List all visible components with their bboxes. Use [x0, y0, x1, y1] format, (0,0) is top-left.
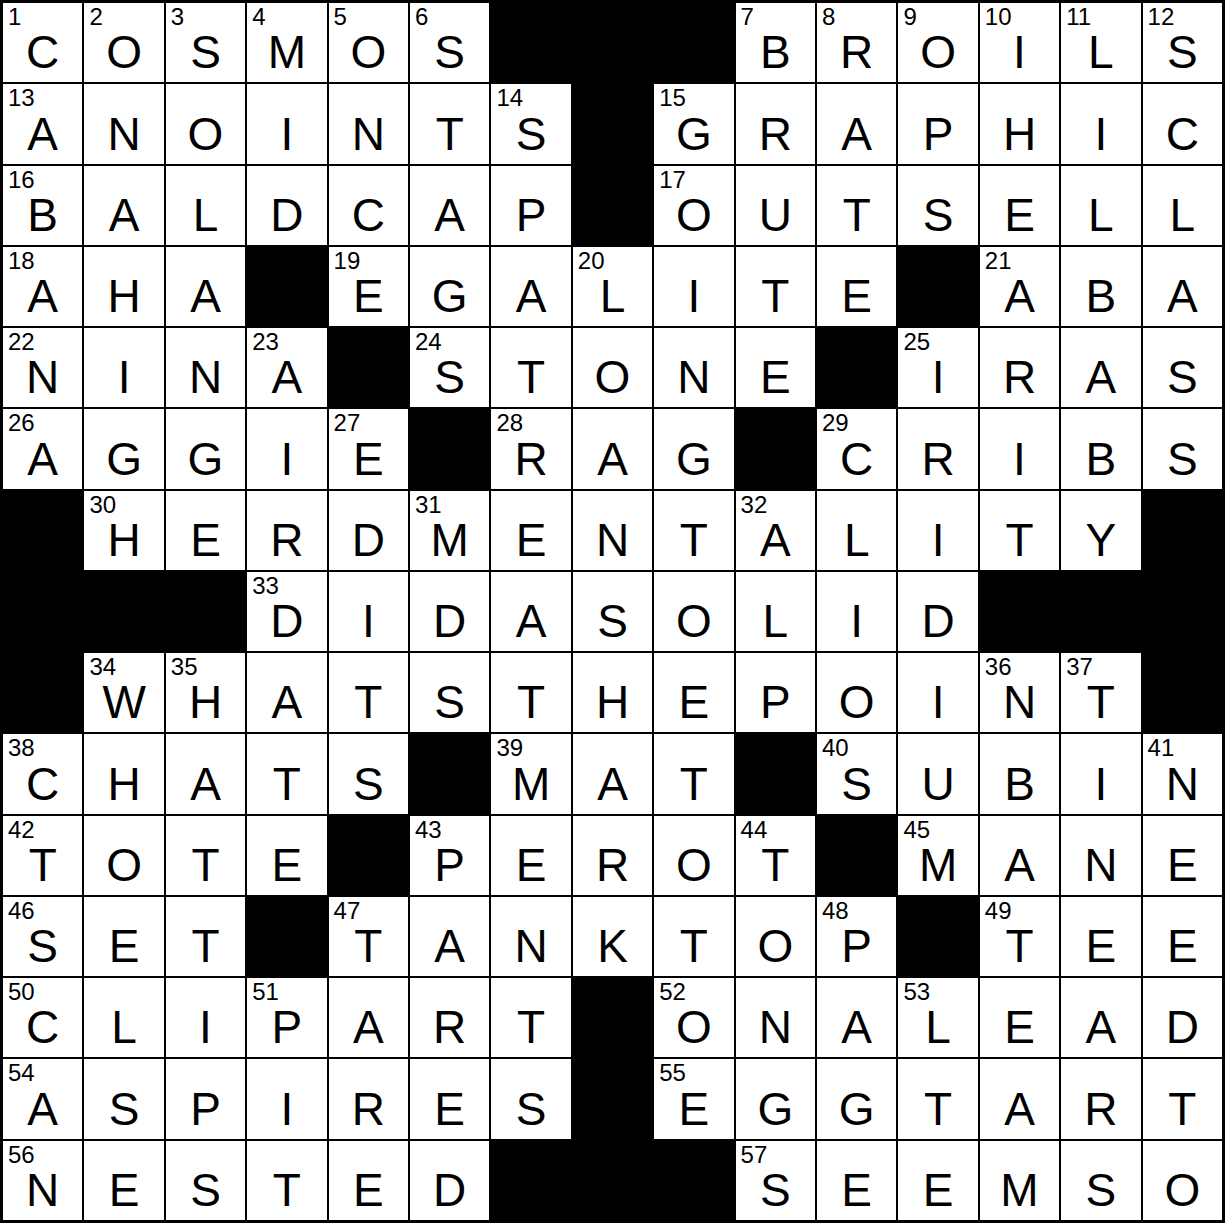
cell-r15c1[interactable]: 56N: [3, 1141, 82, 1220]
cell-r13c12[interactable]: 53L: [898, 978, 977, 1057]
cell-letter: S: [410, 354, 489, 400]
cell-letter: E: [491, 842, 570, 888]
cell-r11c8[interactable]: R: [573, 816, 652, 895]
cell-letter: C: [329, 192, 408, 238]
cell-letter: E: [817, 273, 896, 319]
cell-letter: I: [1061, 761, 1140, 807]
cell-letter: S: [491, 1086, 570, 1132]
cell-letter: O: [654, 598, 733, 644]
cell-letter: T: [654, 761, 733, 807]
cell-letter: M: [247, 29, 326, 75]
cell-r3c11[interactable]: T: [817, 166, 896, 245]
cell-letter: D: [247, 598, 326, 644]
cell-r11c2[interactable]: O: [84, 816, 163, 895]
cell-r7c5[interactable]: D: [329, 491, 408, 570]
cell-r9c14[interactable]: 37T: [1061, 653, 1140, 732]
cell-letter: B: [736, 29, 815, 75]
block-square-r5c5: [329, 328, 408, 407]
cell-letter: N: [573, 517, 652, 563]
cell-r14c13[interactable]: A: [980, 1059, 1059, 1138]
cell-r15c5[interactable]: E: [329, 1141, 408, 1220]
cell-letter: O: [84, 29, 163, 75]
cell-letter: L: [1061, 192, 1140, 238]
cell-letter: A: [166, 761, 245, 807]
cell-letter: L: [573, 273, 652, 319]
cell-r4c1[interactable]: 18A: [3, 247, 82, 326]
cell-r7c7[interactable]: E: [491, 491, 570, 570]
cell-r5c7[interactable]: T: [491, 328, 570, 407]
cell-r6c15[interactable]: S: [1143, 409, 1222, 488]
cell-r13c13[interactable]: E: [980, 978, 1059, 1057]
cell-r6c11[interactable]: 29C: [817, 409, 896, 488]
cell-r8c6[interactable]: D: [410, 572, 489, 651]
cell-letter: G: [84, 436, 163, 482]
cell-r12c8[interactable]: K: [573, 897, 652, 976]
cell-r9c8[interactable]: H: [573, 653, 652, 732]
cell-r15c11[interactable]: E: [817, 1141, 896, 1220]
block-square-r14c8: [573, 1059, 652, 1138]
cell-r5c2[interactable]: I: [84, 328, 163, 407]
cell-r15c2[interactable]: E: [84, 1141, 163, 1220]
cell-letter: W: [84, 679, 163, 725]
cell-r3c13[interactable]: E: [980, 166, 1059, 245]
cell-r15c4[interactable]: T: [247, 1141, 326, 1220]
cell-r4c2[interactable]: H: [84, 247, 163, 326]
cell-r13c14[interactable]: A: [1061, 978, 1140, 1057]
cell-letter: T: [654, 923, 733, 969]
cell-r4c14[interactable]: B: [1061, 247, 1140, 326]
cell-letter: R: [247, 517, 326, 563]
block-square-r10c10: [736, 734, 815, 813]
cell-letter: S: [1143, 436, 1222, 482]
block-square-r13c8: [573, 978, 652, 1057]
cell-letter: E: [329, 273, 408, 319]
block-square-r9c1: [3, 653, 82, 732]
cell-r4c11[interactable]: E: [817, 247, 896, 326]
cell-letter: A: [3, 1086, 82, 1132]
cell-r6c1[interactable]: 26A: [3, 409, 82, 488]
cell-r6c13[interactable]: I: [980, 409, 1059, 488]
cell-r4c8[interactable]: 20L: [573, 247, 652, 326]
cell-letter: O: [166, 111, 245, 157]
cell-r13c7[interactable]: T: [491, 978, 570, 1057]
cell-r6c7[interactable]: 28R: [491, 409, 570, 488]
cell-letter: P: [491, 192, 570, 238]
cell-r6c12[interactable]: R: [898, 409, 977, 488]
cell-r14c14[interactable]: R: [1061, 1059, 1140, 1138]
cell-r11c7[interactable]: E: [491, 816, 570, 895]
cell-r11c15[interactable]: E: [1143, 816, 1222, 895]
cell-r5c1[interactable]: 22N: [3, 328, 82, 407]
cell-r4c15[interactable]: A: [1143, 247, 1222, 326]
cell-letter: N: [654, 354, 733, 400]
cell-letter: H: [84, 517, 163, 563]
cell-r3c14[interactable]: L: [1061, 166, 1140, 245]
cell-r10c14[interactable]: I: [1061, 734, 1140, 813]
cell-r13c11[interactable]: A: [817, 978, 896, 1057]
cell-r10c12[interactable]: U: [898, 734, 977, 813]
cell-r1c14[interactable]: 11L: [1061, 3, 1140, 82]
cell-r5c3[interactable]: N: [166, 328, 245, 407]
cell-r3c6[interactable]: A: [410, 166, 489, 245]
cell-r7c2[interactable]: 30H: [84, 491, 163, 570]
cell-r14c6[interactable]: E: [410, 1059, 489, 1138]
cell-r2c13[interactable]: H: [980, 84, 1059, 163]
cell-r9c3[interactable]: 35H: [166, 653, 245, 732]
cell-letter: L: [898, 1004, 977, 1050]
cell-r6c4[interactable]: I: [247, 409, 326, 488]
cell-r14c15[interactable]: T: [1143, 1059, 1222, 1138]
cell-r15c3[interactable]: S: [166, 1141, 245, 1220]
cell-letter: T: [247, 1167, 326, 1213]
cell-letter: C: [3, 761, 82, 807]
cell-letter: O: [654, 1004, 733, 1050]
cell-letter: A: [410, 192, 489, 238]
cell-r10c13[interactable]: B: [980, 734, 1059, 813]
cell-letter: I: [898, 679, 977, 725]
cell-r5c8[interactable]: O: [573, 328, 652, 407]
cell-letter: O: [898, 29, 977, 75]
cell-r7c9[interactable]: T: [654, 491, 733, 570]
cell-letter: A: [980, 273, 1059, 319]
cell-r12c13[interactable]: 49T: [980, 897, 1059, 976]
cell-letter: C: [1143, 111, 1222, 157]
cell-r13c6[interactable]: R: [410, 978, 489, 1057]
cell-r14c7[interactable]: S: [491, 1059, 570, 1138]
cell-letter: A: [1061, 354, 1140, 400]
cell-letter: H: [980, 111, 1059, 157]
clue-number: 1: [8, 4, 21, 30]
cell-r9c12[interactable]: I: [898, 653, 977, 732]
cell-r7c14[interactable]: Y: [1061, 491, 1140, 570]
cell-r10c3[interactable]: A: [166, 734, 245, 813]
cell-r10c1[interactable]: 38C: [3, 734, 82, 813]
cell-r3c1[interactable]: 16B: [3, 166, 82, 245]
cell-r6c9[interactable]: G: [654, 409, 733, 488]
cell-r14c10[interactable]: G: [736, 1059, 815, 1138]
cell-r11c13[interactable]: A: [980, 816, 1059, 895]
cell-letter: N: [1061, 842, 1140, 888]
cell-r13c10[interactable]: N: [736, 978, 815, 1057]
cell-letter: A: [1061, 1004, 1140, 1050]
cell-r9c11[interactable]: O: [817, 653, 896, 732]
cell-r1c5[interactable]: 5O: [329, 3, 408, 82]
cell-letter: I: [980, 436, 1059, 482]
block-square-r15c9: [654, 1141, 733, 1220]
cell-letter: R: [573, 842, 652, 888]
cell-r12c15[interactable]: E: [1143, 897, 1222, 976]
cell-r7c4[interactable]: R: [247, 491, 326, 570]
block-square-r8c2: [84, 572, 163, 651]
cell-r2c11[interactable]: A: [817, 84, 896, 163]
cell-letter: M: [898, 842, 977, 888]
cell-r14c2[interactable]: S: [84, 1059, 163, 1138]
cell-r2c6[interactable]: T: [410, 84, 489, 163]
cell-r4c7[interactable]: A: [491, 247, 570, 326]
cell-r9c4[interactable]: A: [247, 653, 326, 732]
cell-letter: A: [817, 1004, 896, 1050]
cell-r5c10[interactable]: E: [736, 328, 815, 407]
cell-letter: I: [247, 111, 326, 157]
cell-letter: S: [491, 111, 570, 157]
cell-letter: E: [84, 1167, 163, 1213]
cell-r9c9[interactable]: E: [654, 653, 733, 732]
cell-r2c5[interactable]: N: [329, 84, 408, 163]
cell-r12c3[interactable]: T: [166, 897, 245, 976]
cell-letter: N: [491, 923, 570, 969]
cell-r10c4[interactable]: T: [247, 734, 326, 813]
clue-number: 7: [741, 4, 754, 30]
cell-r1c2[interactable]: 2O: [84, 3, 163, 82]
cell-r3c2[interactable]: A: [84, 166, 163, 245]
clue-number: 8: [822, 4, 835, 30]
cell-r10c15[interactable]: 41N: [1143, 734, 1222, 813]
cell-r12c1[interactable]: 46S: [3, 897, 82, 976]
cell-r5c12[interactable]: 25I: [898, 328, 977, 407]
cell-letter: G: [410, 273, 489, 319]
cell-r14c4[interactable]: I: [247, 1059, 326, 1138]
cell-r3c3[interactable]: L: [166, 166, 245, 245]
cell-letter: G: [654, 436, 733, 482]
cell-letter: E: [84, 923, 163, 969]
cell-r11c12[interactable]: 45M: [898, 816, 977, 895]
cell-r5c9[interactable]: N: [654, 328, 733, 407]
cell-r1c13[interactable]: 10I: [980, 3, 1059, 82]
cell-r2c1[interactable]: 13A: [3, 84, 82, 163]
cell-r1c1[interactable]: 1C: [3, 3, 82, 82]
cell-r10c11[interactable]: 40S: [817, 734, 896, 813]
cell-letter: T: [410, 111, 489, 157]
cell-r15c15[interactable]: O: [1143, 1141, 1222, 1220]
block-square-r1c7: [491, 3, 570, 82]
cell-r9c13[interactable]: 36N: [980, 653, 1059, 732]
cell-r14c1[interactable]: 54A: [3, 1059, 82, 1138]
cell-r15c10[interactable]: 57S: [736, 1141, 815, 1220]
cell-letter: R: [898, 436, 977, 482]
cell-r7c11[interactable]: L: [817, 491, 896, 570]
cell-letter: S: [84, 1086, 163, 1132]
cell-letter: S: [817, 761, 896, 807]
cell-letter: R: [817, 29, 896, 75]
cell-r8c8[interactable]: S: [573, 572, 652, 651]
block-square-r10c6: [410, 734, 489, 813]
cell-r14c12[interactable]: T: [898, 1059, 977, 1138]
block-square-r6c10: [736, 409, 815, 488]
cell-r4c10[interactable]: T: [736, 247, 815, 326]
cell-letter: D: [898, 598, 977, 644]
cell-r7c6[interactable]: 31M: [410, 491, 489, 570]
cell-r8c12[interactable]: D: [898, 572, 977, 651]
cell-r14c11[interactable]: G: [817, 1059, 896, 1138]
cell-r2c3[interactable]: O: [166, 84, 245, 163]
clue-number: 6: [415, 4, 428, 30]
cell-r13c1[interactable]: 50C: [3, 978, 82, 1057]
cell-letter: P: [817, 923, 896, 969]
cell-r10c7[interactable]: 39M: [491, 734, 570, 813]
cell-r6c14[interactable]: B: [1061, 409, 1140, 488]
clue-number: 10: [985, 4, 1012, 30]
cell-r14c9[interactable]: 55E: [654, 1059, 733, 1138]
cell-r4c6[interactable]: G: [410, 247, 489, 326]
cell-r7c10[interactable]: 32A: [736, 491, 815, 570]
cell-letter: U: [736, 192, 815, 238]
cell-r13c9[interactable]: 52O: [654, 978, 733, 1057]
cell-r1c6[interactable]: 6S: [410, 3, 489, 82]
cell-r11c14[interactable]: N: [1061, 816, 1140, 895]
cell-letter: T: [247, 761, 326, 807]
cell-r7c12[interactable]: I: [898, 491, 977, 570]
cell-r6c5[interactable]: 27E: [329, 409, 408, 488]
cell-r3c4[interactable]: D: [247, 166, 326, 245]
block-square-r12c4: [247, 897, 326, 976]
cell-letter: T: [329, 923, 408, 969]
cell-letter: P: [410, 842, 489, 888]
cell-letter: N: [980, 679, 1059, 725]
cell-r2c7[interactable]: 14S: [491, 84, 570, 163]
cell-letter: O: [329, 29, 408, 75]
cell-r13c4[interactable]: 51P: [247, 978, 326, 1057]
cell-letter: I: [654, 273, 733, 319]
cell-r12c14[interactable]: E: [1061, 897, 1140, 976]
cell-r1c3[interactable]: 3S: [166, 3, 245, 82]
cell-r3c5[interactable]: C: [329, 166, 408, 245]
cell-letter: P: [166, 1086, 245, 1132]
cell-letter: B: [3, 192, 82, 238]
cell-r6c2[interactable]: G: [84, 409, 163, 488]
cell-letter: T: [817, 192, 896, 238]
cell-r10c9[interactable]: T: [654, 734, 733, 813]
cell-letter: D: [1143, 1004, 1222, 1050]
cell-r5c6[interactable]: 24S: [410, 328, 489, 407]
cell-r10c5[interactable]: S: [329, 734, 408, 813]
cell-letter: O: [736, 923, 815, 969]
cell-r10c2[interactable]: H: [84, 734, 163, 813]
cell-r3c15[interactable]: L: [1143, 166, 1222, 245]
cell-r8c11[interactable]: I: [817, 572, 896, 651]
cell-r14c3[interactable]: P: [166, 1059, 245, 1138]
cell-r5c13[interactable]: R: [980, 328, 1059, 407]
cell-r6c3[interactable]: G: [166, 409, 245, 488]
cell-r12c5[interactable]: 47T: [329, 897, 408, 976]
block-square-r8c1: [3, 572, 82, 651]
cell-r7c13[interactable]: T: [980, 491, 1059, 570]
cell-r1c11[interactable]: 8R: [817, 3, 896, 82]
cell-r9c10[interactable]: P: [736, 653, 815, 732]
cell-letter: L: [84, 1004, 163, 1050]
cell-r2c14[interactable]: I: [1061, 84, 1140, 163]
cell-letter: P: [898, 111, 977, 157]
cell-r13c3[interactable]: I: [166, 978, 245, 1057]
cell-letter: M: [491, 761, 570, 807]
cell-r3c10[interactable]: U: [736, 166, 815, 245]
cell-r4c9[interactable]: I: [654, 247, 733, 326]
cell-letter: A: [491, 273, 570, 319]
cell-letter: T: [898, 1086, 977, 1132]
cell-r12c11[interactable]: 48P: [817, 897, 896, 976]
cell-r11c6[interactable]: 43P: [410, 816, 489, 895]
cell-letter: M: [410, 517, 489, 563]
cell-letter: E: [247, 842, 326, 888]
cell-r1c10[interactable]: 7B: [736, 3, 815, 82]
cell-letter: A: [84, 192, 163, 238]
cell-r1c15[interactable]: 12S: [1143, 3, 1222, 82]
block-square-r5c11: [817, 328, 896, 407]
cell-letter: O: [654, 842, 733, 888]
cell-r9c5[interactable]: T: [329, 653, 408, 732]
cell-r15c14[interactable]: S: [1061, 1141, 1140, 1220]
cell-r11c3[interactable]: T: [166, 816, 245, 895]
cell-letter: E: [329, 436, 408, 482]
cell-r9c6[interactable]: S: [410, 653, 489, 732]
cell-r5c15[interactable]: S: [1143, 328, 1222, 407]
cell-letter: A: [1143, 273, 1222, 319]
cell-r3c12[interactable]: S: [898, 166, 977, 245]
cell-r11c9[interactable]: O: [654, 816, 733, 895]
cell-r5c14[interactable]: A: [1061, 328, 1140, 407]
cell-r8c7[interactable]: A: [491, 572, 570, 651]
cell-letter: T: [1061, 679, 1140, 725]
cell-r12c7[interactable]: N: [491, 897, 570, 976]
cell-r12c9[interactable]: T: [654, 897, 733, 976]
cell-r8c4[interactable]: 33D: [247, 572, 326, 651]
cell-r2c9[interactable]: 15G: [654, 84, 733, 163]
cell-r6c8[interactable]: A: [573, 409, 652, 488]
cell-r2c15[interactable]: C: [1143, 84, 1222, 163]
cell-r11c10[interactable]: 44T: [736, 816, 815, 895]
cell-letter: A: [410, 923, 489, 969]
cell-r13c2[interactable]: L: [84, 978, 163, 1057]
cell-r2c10[interactable]: R: [736, 84, 815, 163]
cell-r12c10[interactable]: O: [736, 897, 815, 976]
cell-r12c6[interactable]: A: [410, 897, 489, 976]
cell-r5c4[interactable]: 23A: [247, 328, 326, 407]
cell-r8c5[interactable]: I: [329, 572, 408, 651]
cell-r13c5[interactable]: A: [329, 978, 408, 1057]
cell-r9c2[interactable]: 34W: [84, 653, 163, 732]
cell-r10c8[interactable]: A: [573, 734, 652, 813]
cell-r11c1[interactable]: 42T: [3, 816, 82, 895]
block-square-r7c1: [3, 491, 82, 570]
cell-r2c4[interactable]: I: [247, 84, 326, 163]
block-square-r2c8: [573, 84, 652, 163]
cell-r4c13[interactable]: 21A: [980, 247, 1059, 326]
cell-r15c13[interactable]: M: [980, 1141, 1059, 1220]
cell-r3c7[interactable]: P: [491, 166, 570, 245]
cell-letter: N: [1143, 761, 1222, 807]
cell-r7c8[interactable]: N: [573, 491, 652, 570]
cell-r3c9[interactable]: 17O: [654, 166, 733, 245]
cell-r8c10[interactable]: L: [736, 572, 815, 651]
cell-r2c2[interactable]: N: [84, 84, 163, 163]
cell-letter: T: [736, 842, 815, 888]
cell-r7c3[interactable]: E: [166, 491, 245, 570]
cell-r13c15[interactable]: D: [1143, 978, 1222, 1057]
cell-r1c4[interactable]: 4M: [247, 3, 326, 82]
cell-r15c12[interactable]: E: [898, 1141, 977, 1220]
cell-r2c12[interactable]: P: [898, 84, 977, 163]
cell-letter: D: [329, 517, 408, 563]
cell-r1c12[interactable]: 9O: [898, 3, 977, 82]
cell-r14c5[interactable]: R: [329, 1059, 408, 1138]
cell-letter: H: [166, 679, 245, 725]
cell-r11c4[interactable]: E: [247, 816, 326, 895]
cell-r4c5[interactable]: 19E: [329, 247, 408, 326]
cell-r15c6[interactable]: D: [410, 1141, 489, 1220]
cell-r4c3[interactable]: A: [166, 247, 245, 326]
cell-r9c7[interactable]: T: [491, 653, 570, 732]
cell-r12c2[interactable]: E: [84, 897, 163, 976]
cell-r8c9[interactable]: O: [654, 572, 733, 651]
